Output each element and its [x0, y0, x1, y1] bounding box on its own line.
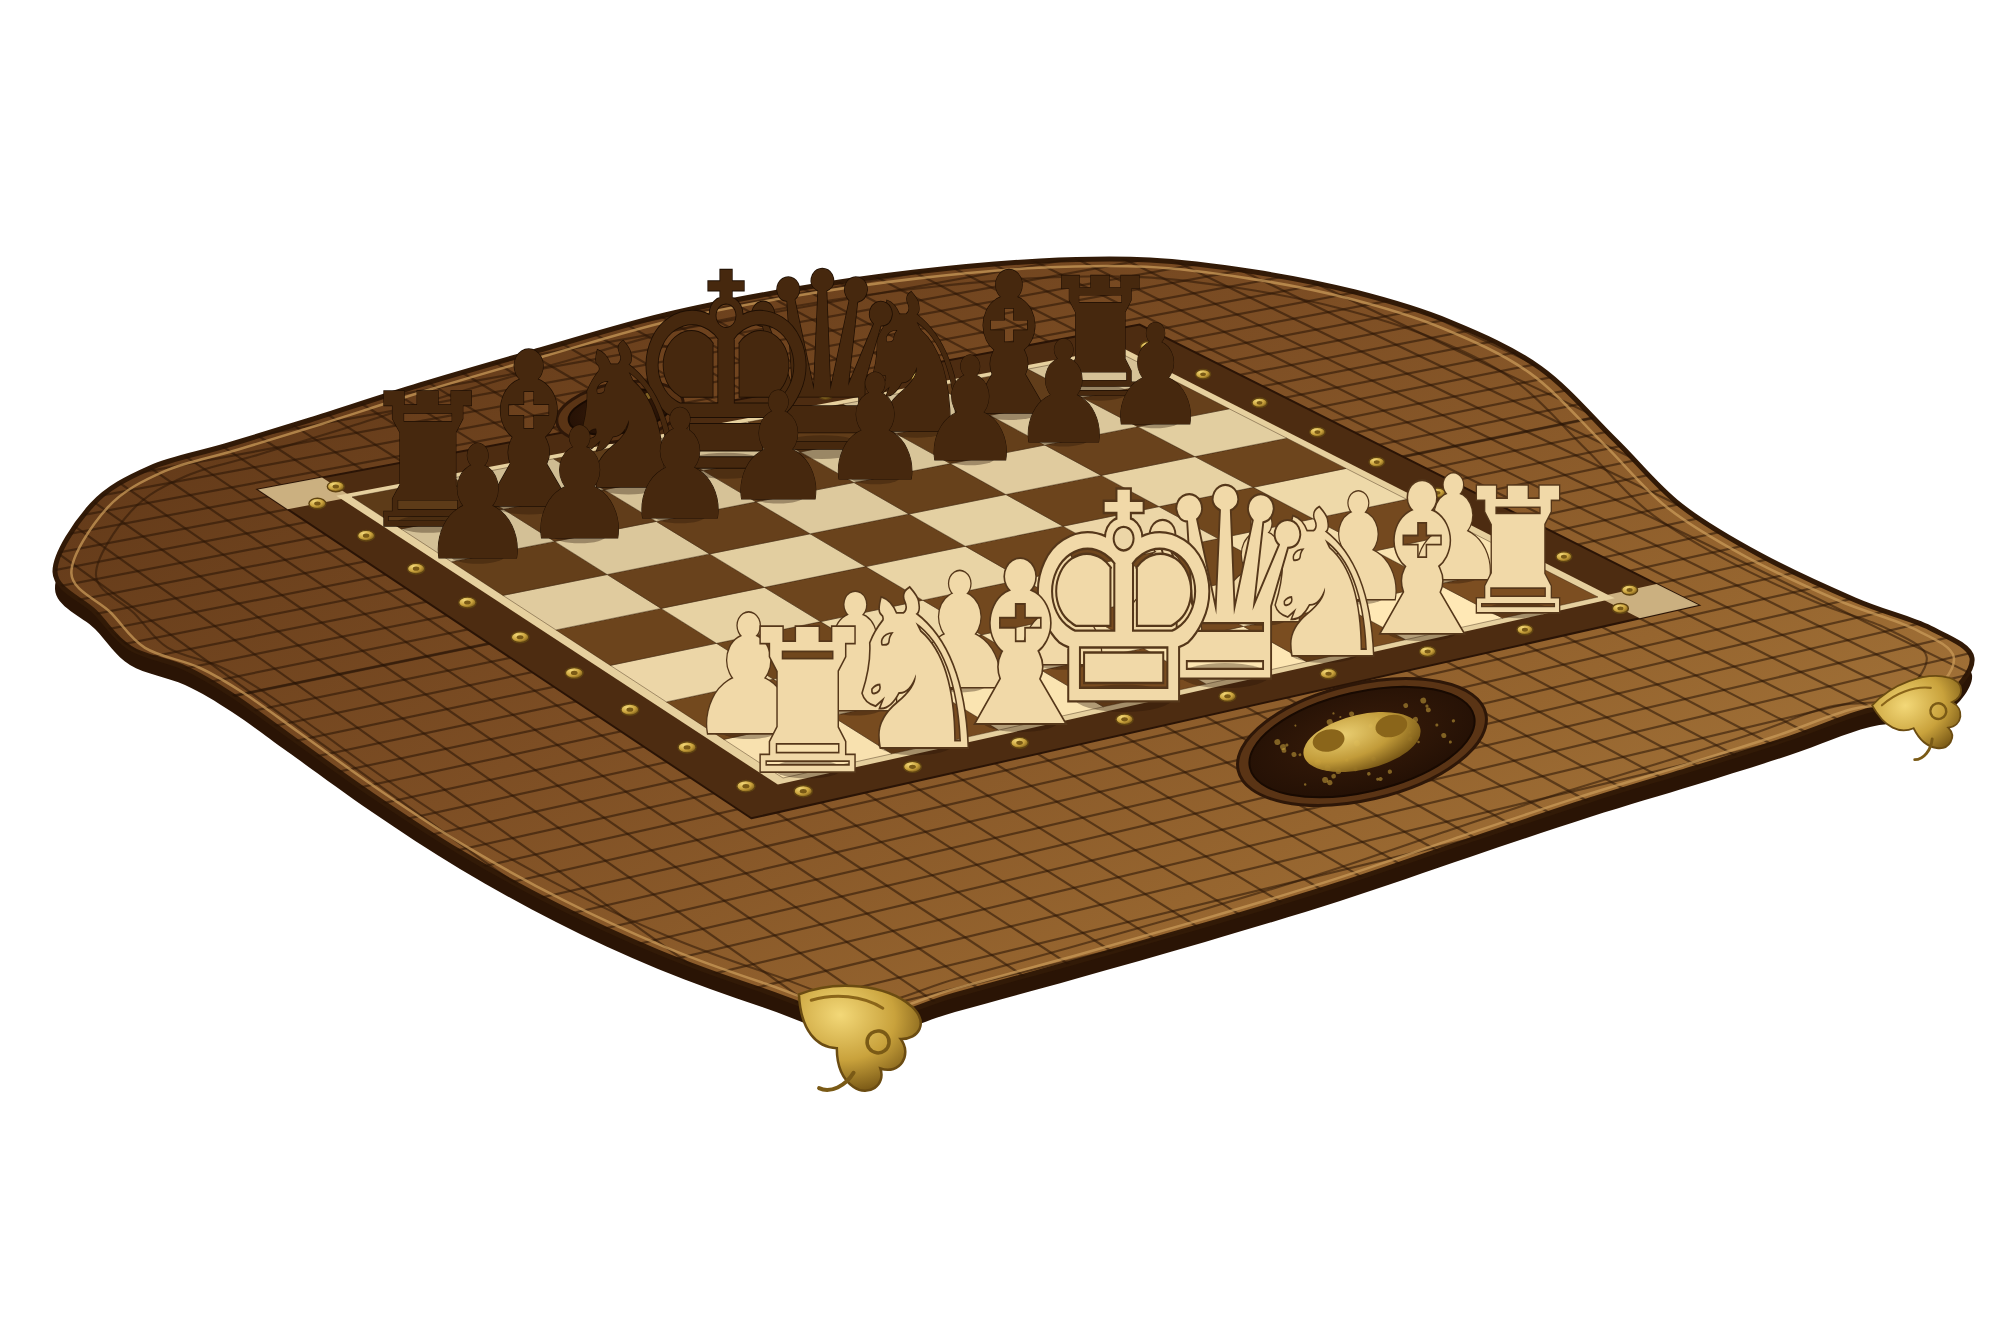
piece-glyph: ♜: [733, 588, 882, 818]
board-scene: ♜♝♟♞♟♛♟♚♟♞♟♝♟♜♟♟♟♟♜♟♝♟♞♟♛♟♚♟♝♟♞♜: [0, 0, 2000, 1333]
brass-rosette: [309, 498, 326, 509]
piece-glyph: ♟: [623, 377, 737, 554]
piece-glyph: ♟: [522, 394, 638, 575]
piece-white-rook-h1[interactable]: ♜: [733, 588, 882, 818]
piece-glyph: ♟: [820, 343, 930, 514]
piece-glyph: ♟: [418, 412, 537, 595]
piece-glyph: ♟: [916, 327, 1024, 494]
brass-rosette: [1252, 398, 1267, 407]
piece-black-pawn-d7[interactable]: ♟: [820, 343, 930, 514]
piece-black-pawn-c7[interactable]: ♟: [916, 327, 1024, 494]
piece-glyph: ♟: [722, 360, 834, 533]
brass-rosette: [327, 481, 344, 492]
brass-rosette: [511, 632, 529, 643]
brass-rosette: [565, 667, 583, 678]
piece-black-pawn-g7[interactable]: ♟: [522, 394, 638, 575]
chessboard-photo: ♜♝♟♞♟♛♟♚♟♞♟♝♟♜♟♟♟♟♜♟♝♟♞♟♛♟♚♟♝♟♞♜: [0, 0, 2000, 1333]
brass-rosette: [459, 597, 476, 608]
brass-rosette: [1612, 603, 1628, 613]
piece-black-pawn-h7[interactable]: ♟: [418, 412, 537, 595]
piece-black-pawn-f7[interactable]: ♟: [623, 377, 737, 554]
brass-rosette: [1622, 585, 1638, 595]
brass-rosette: [621, 704, 639, 715]
piece-black-pawn-e7[interactable]: ♟: [722, 360, 834, 533]
